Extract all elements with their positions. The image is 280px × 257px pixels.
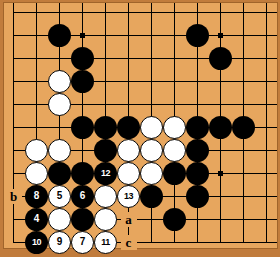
move-number: 7 bbox=[80, 237, 86, 247]
go-board: bac12856134109711 bbox=[4, 3, 277, 248]
black-stone bbox=[71, 70, 94, 93]
black-stone bbox=[232, 116, 255, 139]
black-stone bbox=[209, 116, 232, 139]
white-stone bbox=[48, 208, 71, 231]
black-stone bbox=[71, 47, 94, 70]
grid-line-vertical bbox=[266, 3, 267, 243]
white-stone bbox=[163, 139, 186, 162]
black-stone bbox=[71, 162, 94, 185]
white-stone bbox=[48, 93, 71, 116]
move-number: 6 bbox=[80, 191, 86, 201]
star-point bbox=[80, 33, 85, 38]
black-stone: 6 bbox=[71, 185, 94, 208]
white-stone: 9 bbox=[48, 231, 71, 254]
black-stone: 4 bbox=[25, 208, 48, 231]
go-diagram: bac12856134109711 bbox=[0, 0, 280, 257]
black-stone bbox=[140, 185, 163, 208]
black-stone bbox=[117, 116, 140, 139]
black-stone bbox=[186, 185, 209, 208]
move-number: 9 bbox=[57, 237, 63, 247]
black-stone bbox=[94, 139, 117, 162]
white-stone bbox=[140, 162, 163, 185]
black-stone: 8 bbox=[25, 185, 48, 208]
black-stone: 10 bbox=[25, 231, 48, 254]
black-stone bbox=[186, 162, 209, 185]
white-stone bbox=[48, 139, 71, 162]
white-stone: 11 bbox=[94, 231, 117, 254]
white-stone bbox=[117, 162, 140, 185]
white-stone bbox=[25, 139, 48, 162]
black-stone bbox=[186, 116, 209, 139]
black-stone bbox=[71, 208, 94, 231]
point-label-c: c bbox=[121, 235, 137, 250]
black-stone bbox=[186, 139, 209, 162]
white-stone bbox=[163, 116, 186, 139]
black-stone bbox=[71, 116, 94, 139]
black-stone bbox=[48, 24, 71, 47]
move-number: 5 bbox=[57, 191, 63, 201]
point-label-a: a bbox=[121, 212, 137, 227]
black-stone bbox=[209, 47, 232, 70]
white-stone bbox=[94, 208, 117, 231]
white-stone bbox=[117, 139, 140, 162]
white-stone: 7 bbox=[71, 231, 94, 254]
grid-line-vertical bbox=[13, 3, 14, 243]
white-stone bbox=[94, 185, 117, 208]
black-stone bbox=[186, 24, 209, 47]
white-stone bbox=[48, 70, 71, 93]
white-stone bbox=[140, 116, 163, 139]
black-stone bbox=[94, 116, 117, 139]
star-point bbox=[218, 171, 223, 176]
move-number: 13 bbox=[124, 192, 133, 201]
grid-line-horizontal bbox=[13, 12, 277, 13]
move-number: 8 bbox=[34, 191, 40, 201]
white-stone: 5 bbox=[48, 185, 71, 208]
black-stone: 12 bbox=[94, 162, 117, 185]
black-stone bbox=[48, 162, 71, 185]
star-point bbox=[218, 33, 223, 38]
white-stone bbox=[25, 162, 48, 185]
black-stone bbox=[163, 208, 186, 231]
move-number: 11 bbox=[101, 238, 110, 247]
move-number: 12 bbox=[101, 169, 110, 178]
black-stone bbox=[163, 162, 186, 185]
grid-line-horizontal bbox=[13, 58, 277, 59]
move-number: 4 bbox=[34, 214, 40, 224]
point-label-b: b bbox=[6, 189, 22, 204]
white-stone: 13 bbox=[117, 185, 140, 208]
white-stone bbox=[140, 139, 163, 162]
move-number: 10 bbox=[32, 238, 41, 247]
